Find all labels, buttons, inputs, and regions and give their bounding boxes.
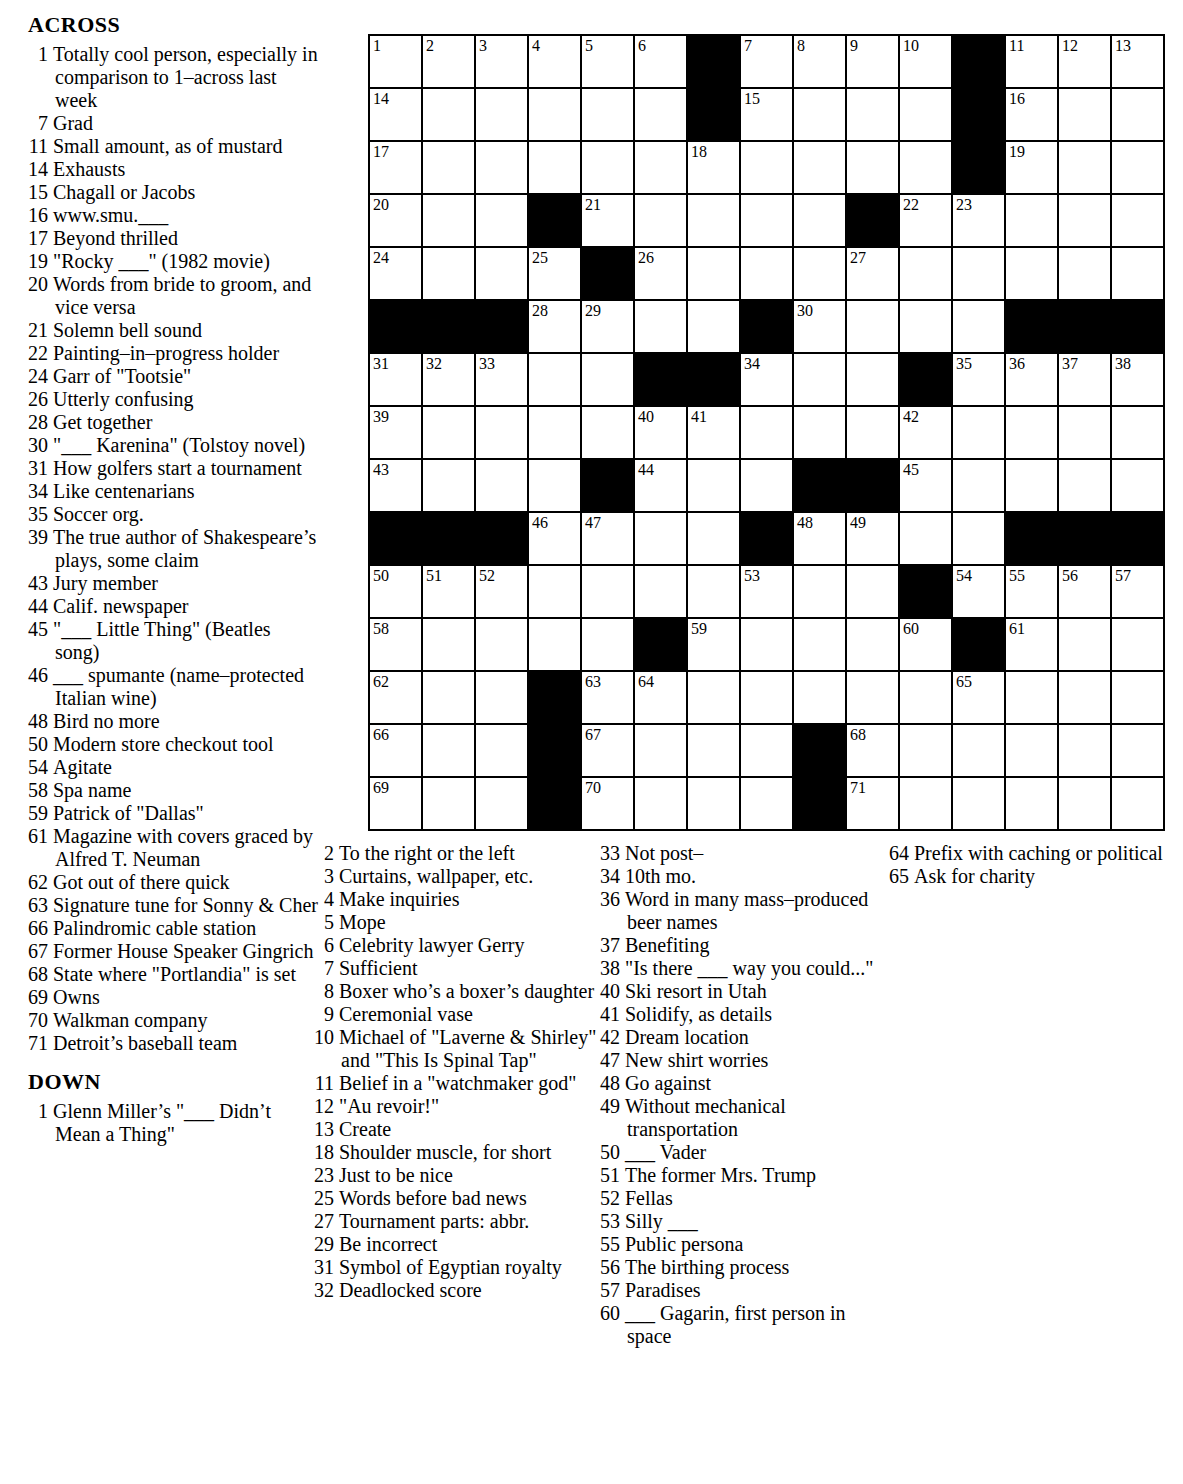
grid-cell-black [953, 89, 1006, 142]
grid-cell[interactable]: 5 [582, 36, 635, 89]
grid-cell-black [794, 725, 847, 778]
clue-text: Walkman company [53, 1009, 207, 1031]
grid-cell[interactable]: 23 [953, 195, 1006, 248]
grid-cell[interactable] [476, 778, 529, 831]
grid-cell[interactable] [582, 619, 635, 672]
clue-30: 30"___ Karenina" (Tolstoy novel) [28, 434, 318, 457]
cell-number: 37 [1062, 355, 1078, 372]
cell-number: 45 [903, 461, 919, 478]
grid-cell[interactable] [741, 460, 794, 513]
clue-12: 12"Au revoir!" [314, 1095, 600, 1118]
grid-cell[interactable] [423, 619, 476, 672]
clue-number: 54 [28, 756, 48, 779]
grid-cell[interactable] [423, 142, 476, 195]
grid-cell[interactable]: 14 [370, 89, 423, 142]
grid-cell[interactable] [1112, 89, 1165, 142]
grid-cell[interactable] [476, 407, 529, 460]
grid-cell[interactable] [900, 725, 953, 778]
clue-number: 11 [314, 1072, 334, 1095]
grid-cell[interactable]: 26 [635, 248, 688, 301]
clue-text: State where "Portlandia" is set [53, 963, 296, 985]
clue-56: 56The birthing process [600, 1256, 888, 1279]
grid-cell[interactable] [476, 89, 529, 142]
grid-cell[interactable] [1006, 248, 1059, 301]
cell-number: 42 [903, 408, 919, 425]
clue-23: 23Just to be nice [314, 1164, 600, 1187]
grid-cell[interactable] [423, 725, 476, 778]
clue-text: Former House Speaker Gingrich [53, 940, 314, 962]
grid-cell[interactable] [847, 142, 900, 195]
clue-number: 7 [28, 112, 48, 135]
grid-cell[interactable] [1059, 725, 1112, 778]
clue-text: Garr of "Tootsie" [53, 365, 191, 387]
grid-cell[interactable] [900, 513, 953, 566]
grid-cell[interactable] [529, 354, 582, 407]
grid-cell[interactable] [794, 248, 847, 301]
grid-cell[interactable]: 51 [423, 566, 476, 619]
grid-cell[interactable] [688, 672, 741, 725]
clue-text: Mope [339, 911, 386, 933]
grid-cell-black [953, 36, 1006, 89]
cell-number: 1 [373, 37, 381, 54]
grid-cell[interactable] [1112, 460, 1165, 513]
grid-cell[interactable] [582, 407, 635, 460]
grid-cell[interactable]: 31 [370, 354, 423, 407]
grid-cell[interactable]: 48 [794, 513, 847, 566]
grid-cell[interactable]: 37 [1059, 354, 1112, 407]
grid-cell[interactable]: 3 [476, 36, 529, 89]
grid-cell[interactable]: 42 [900, 407, 953, 460]
clue-36: 36Word in many mass–produced beer names [600, 888, 888, 934]
grid-cell[interactable]: 55 [1006, 566, 1059, 619]
clue-7: 7Sufficient [314, 957, 600, 980]
grid-cell[interactable] [794, 89, 847, 142]
grid-cell[interactable]: 17 [370, 142, 423, 195]
grid-cell[interactable] [423, 672, 476, 725]
grid-cell[interactable] [529, 89, 582, 142]
grid-cell[interactable]: 41 [688, 407, 741, 460]
grid-cell[interactable]: 29 [582, 301, 635, 354]
grid-cell[interactable] [635, 301, 688, 354]
clue-18: 18Shoulder muscle, for short [314, 1141, 600, 1164]
cell-number: 10 [903, 37, 919, 54]
grid-cell[interactable] [423, 407, 476, 460]
clue-number: 53 [600, 1210, 620, 1233]
grid-cell[interactable] [476, 460, 529, 513]
grid-cell[interactable] [741, 407, 794, 460]
grid-cell[interactable]: 59 [688, 619, 741, 672]
clue-text: Curtains, wallpaper, etc. [339, 865, 533, 887]
grid-cell[interactable] [900, 142, 953, 195]
grid-cell[interactable] [423, 89, 476, 142]
grid-cell[interactable] [1112, 725, 1165, 778]
grid-cell[interactable]: 1 [370, 36, 423, 89]
grid-cell[interactable]: 62 [370, 672, 423, 725]
grid-cell[interactable] [794, 407, 847, 460]
grid-cell[interactable] [741, 672, 794, 725]
grid-cell[interactable] [1006, 778, 1059, 831]
grid-cell[interactable] [847, 301, 900, 354]
grid-cell[interactable]: 63 [582, 672, 635, 725]
grid-cell[interactable] [794, 195, 847, 248]
clue-number: 46 [28, 664, 48, 687]
grid-cell[interactable] [1059, 89, 1112, 142]
clue-text: Solidify, as details [625, 1003, 772, 1025]
grid-cell[interactable] [741, 195, 794, 248]
grid-cell[interactable] [529, 407, 582, 460]
grid-cell[interactable] [794, 566, 847, 619]
cell-number: 17 [373, 143, 389, 160]
clue-number: 37 [600, 934, 620, 957]
clue-45: 45"___ Little Thing" (Beatles song) [28, 618, 318, 664]
grid-cell[interactable] [741, 619, 794, 672]
grid-cell[interactable]: 32 [423, 354, 476, 407]
clue-number: 59 [28, 802, 48, 825]
grid-cell[interactable]: 53 [741, 566, 794, 619]
grid-cell[interactable] [582, 89, 635, 142]
grid-cell[interactable]: 52 [476, 566, 529, 619]
grid-cell[interactable] [953, 301, 1006, 354]
clue-number: 39 [28, 526, 48, 549]
grid-cell[interactable]: 12 [1059, 36, 1112, 89]
grid-cell[interactable] [529, 619, 582, 672]
grid-cell[interactable]: 33 [476, 354, 529, 407]
cell-number: 52 [479, 567, 495, 584]
grid-cell[interactable] [1112, 672, 1165, 725]
grid-cell[interactable] [953, 248, 1006, 301]
clue-8: 8Boxer who’s a boxer’s daughter [314, 980, 600, 1003]
grid-cell[interactable] [1006, 407, 1059, 460]
grid-cell[interactable] [476, 142, 529, 195]
cell-number: 30 [797, 302, 813, 319]
grid-cell[interactable] [688, 301, 741, 354]
clue-text: 10th mo. [625, 865, 696, 887]
clue-number: 64 [889, 842, 909, 865]
grid-cell[interactable] [529, 460, 582, 513]
grid-cell[interactable] [953, 460, 1006, 513]
grid-cell[interactable]: 54 [953, 566, 1006, 619]
grid-cell-black [741, 301, 794, 354]
grid-cell[interactable]: 43 [370, 460, 423, 513]
clue-text: Utterly confusing [53, 388, 194, 410]
grid-cell[interactable] [900, 248, 953, 301]
grid-cell[interactable] [1112, 142, 1165, 195]
clue-number: 29 [314, 1233, 334, 1256]
grid-cell[interactable] [1059, 407, 1112, 460]
clue-41: 41Solidify, as details [600, 1003, 888, 1026]
grid-cell[interactable] [900, 778, 953, 831]
clue-number: 31 [28, 457, 48, 480]
grid-cell[interactable]: 35 [953, 354, 1006, 407]
grid-cell[interactable]: 28 [529, 301, 582, 354]
grid-cell[interactable] [1006, 725, 1059, 778]
cell-number: 61 [1009, 620, 1025, 637]
clue-number: 47 [600, 1049, 620, 1072]
clue-text: Palindromic cable station [53, 917, 256, 939]
clue-text: Without mechanical transportation [625, 1095, 786, 1140]
grid-cell[interactable]: 45 [900, 460, 953, 513]
clue-number: 66 [28, 917, 48, 940]
grid-cell[interactable] [476, 619, 529, 672]
grid-cell-black [582, 460, 635, 513]
grid-cell[interactable] [635, 195, 688, 248]
grid-cell[interactable]: 19 [1006, 142, 1059, 195]
grid-cell[interactable]: 24 [370, 248, 423, 301]
grid-cell[interactable]: 6 [635, 36, 688, 89]
grid-cell[interactable]: 60 [900, 619, 953, 672]
cell-number: 50 [373, 567, 389, 584]
cell-number: 36 [1009, 355, 1025, 372]
grid-cell[interactable] [476, 195, 529, 248]
grid-cell[interactable]: 56 [1059, 566, 1112, 619]
grid-cell-black [529, 672, 582, 725]
grid-cell[interactable] [794, 619, 847, 672]
grid-cell[interactable] [688, 248, 741, 301]
grid-cell[interactable] [953, 407, 1006, 460]
grid-cell[interactable]: 16 [1006, 89, 1059, 142]
cell-number: 54 [956, 567, 972, 584]
grid-cell[interactable] [1006, 195, 1059, 248]
grid-cell[interactable] [476, 725, 529, 778]
grid-cell[interactable]: 40 [635, 407, 688, 460]
grid-cell[interactable]: 47 [582, 513, 635, 566]
clue-text: Patrick of "Dallas" [53, 802, 204, 824]
grid-cell[interactable] [582, 354, 635, 407]
grid-cell[interactable] [953, 725, 1006, 778]
grid-cell[interactable]: 70 [582, 778, 635, 831]
grid-cell[interactable]: 15 [741, 89, 794, 142]
grid-cell[interactable] [847, 407, 900, 460]
grid-cell[interactable] [529, 566, 582, 619]
clue-57: 57Paradises [600, 1279, 888, 1302]
grid-cell[interactable] [1059, 248, 1112, 301]
grid-cell[interactable]: 21 [582, 195, 635, 248]
grid-cell[interactable] [688, 195, 741, 248]
cell-number: 8 [797, 37, 805, 54]
grid-cell[interactable] [847, 672, 900, 725]
cell-number: 34 [744, 355, 760, 372]
grid-cell-black [635, 619, 688, 672]
grid-cell[interactable] [1059, 460, 1112, 513]
grid-cell[interactable]: 66 [370, 725, 423, 778]
grid-cell[interactable] [1059, 195, 1112, 248]
grid-cell[interactable]: 2 [423, 36, 476, 89]
grid-cell[interactable]: 7 [741, 36, 794, 89]
grid-cell[interactable] [953, 778, 1006, 831]
grid-cell[interactable] [635, 778, 688, 831]
grid-cell[interactable]: 25 [529, 248, 582, 301]
cell-number: 44 [638, 461, 654, 478]
clue-50: 50___ Vader [600, 1141, 888, 1164]
grid-cell[interactable]: 34 [741, 354, 794, 407]
grid-cell[interactable] [953, 513, 1006, 566]
cell-number: 49 [850, 514, 866, 531]
grid-cell[interactable] [1112, 619, 1165, 672]
grid-cell[interactable]: 38 [1112, 354, 1165, 407]
clue-47: 47New shirt worries [600, 1049, 888, 1072]
cell-number: 22 [903, 196, 919, 213]
grid-cell[interactable] [476, 248, 529, 301]
crossword-grid: 1234567891011121314151617181920212223242… [368, 34, 1165, 831]
clue-text: Make inquiries [339, 888, 460, 910]
grid-cell[interactable] [1006, 460, 1059, 513]
grid-cell[interactable] [1059, 142, 1112, 195]
grid-cell[interactable]: 9 [847, 36, 900, 89]
grid-cell[interactable] [741, 778, 794, 831]
grid-cell[interactable]: 49 [847, 513, 900, 566]
grid-cell[interactable]: 69 [370, 778, 423, 831]
clue-34: 34Like centenarians [28, 480, 318, 503]
grid-cell[interactable] [847, 354, 900, 407]
grid-cell[interactable] [1006, 672, 1059, 725]
grid-cell[interactable]: 46 [529, 513, 582, 566]
grid-cell[interactable] [847, 566, 900, 619]
clue-text: The birthing process [625, 1256, 789, 1278]
clue-number: 42 [600, 1026, 620, 1049]
grid-cell[interactable] [1059, 778, 1112, 831]
grid-cell[interactable]: 39 [370, 407, 423, 460]
clue-6: 6Celebrity lawyer Gerry [314, 934, 600, 957]
clue-text: Shoulder muscle, for short [339, 1141, 551, 1163]
grid-cell[interactable] [900, 89, 953, 142]
clue-text: Bird no more [53, 710, 160, 732]
grid-cell[interactable] [423, 195, 476, 248]
grid-cell[interactable]: 50 [370, 566, 423, 619]
clue-number: 48 [28, 710, 48, 733]
clue-text: ___ Gagarin, first person in space [625, 1302, 846, 1347]
clue-text: Modern store checkout tool [53, 733, 274, 755]
grid-cell[interactable] [635, 513, 688, 566]
clue-70: 70Walkman company [28, 1009, 318, 1032]
clue-1: 1Totally cool person, especially in comp… [28, 43, 318, 112]
grid-cell[interactable]: 30 [794, 301, 847, 354]
grid-cell[interactable]: 11 [1006, 36, 1059, 89]
clue-text: Fellas [625, 1187, 673, 1209]
clue-59: 59Patrick of "Dallas" [28, 802, 318, 825]
grid-cell[interactable] [688, 460, 741, 513]
cell-number: 55 [1009, 567, 1025, 584]
clue-54: 54Agitate [28, 756, 318, 779]
clue-number: 25 [314, 1187, 334, 1210]
grid-cell[interactable]: 64 [635, 672, 688, 725]
clue-31: 31Symbol of Egyptian royalty [314, 1256, 600, 1279]
grid-cell[interactable] [423, 248, 476, 301]
clue-text: Magazine with covers graced by Alfred T.… [53, 825, 313, 870]
grid-cell[interactable]: 27 [847, 248, 900, 301]
clue-text: Solemn bell sound [53, 319, 202, 341]
clue-number: 67 [28, 940, 48, 963]
clue-38: 38"Is there ___ way you could..." [600, 957, 888, 980]
grid-cell[interactable]: 61 [1006, 619, 1059, 672]
grid-cell[interactable] [900, 672, 953, 725]
grid-cell[interactable] [529, 142, 582, 195]
grid-cell[interactable] [635, 725, 688, 778]
grid-cell[interactable]: 10 [900, 36, 953, 89]
grid-cell[interactable] [635, 566, 688, 619]
grid-cell[interactable] [847, 619, 900, 672]
grid-cell[interactable]: 68 [847, 725, 900, 778]
grid-cell[interactable] [1112, 248, 1165, 301]
clue-text: Celebrity lawyer Gerry [339, 934, 524, 956]
grid-cell[interactable]: 58 [370, 619, 423, 672]
grid-cell[interactable]: 36 [1006, 354, 1059, 407]
grid-cell[interactable]: 71 [847, 778, 900, 831]
grid-cell[interactable]: 8 [794, 36, 847, 89]
grid-cell[interactable]: 13 [1112, 36, 1165, 89]
grid-cell[interactable]: 22 [900, 195, 953, 248]
clue-text: Signature tune for Sonny & Cher [53, 894, 318, 916]
grid-cell[interactable] [900, 301, 953, 354]
grid-cell[interactable] [635, 142, 688, 195]
grid-cell[interactable] [794, 354, 847, 407]
grid-cell[interactable]: 20 [370, 195, 423, 248]
clue-number: 65 [889, 865, 909, 888]
clue-number: 15 [28, 181, 48, 204]
grid-cell[interactable] [688, 566, 741, 619]
clue-number: 63 [28, 894, 48, 917]
clue-text: "Rocky ___" (1982 movie) [53, 250, 270, 272]
grid-cell[interactable]: 65 [953, 672, 1006, 725]
clue-40: 40Ski resort in Utah [600, 980, 888, 1003]
grid-cell[interactable] [1112, 195, 1165, 248]
grid-cell[interactable] [1059, 619, 1112, 672]
grid-cell[interactable] [423, 460, 476, 513]
grid-cell[interactable] [688, 725, 741, 778]
grid-cell[interactable] [741, 725, 794, 778]
grid-cell[interactable] [741, 248, 794, 301]
cell-number: 51 [426, 567, 442, 584]
grid-cell[interactable] [688, 778, 741, 831]
clue-31: 31How golfers start a tournament [28, 457, 318, 480]
grid-cell[interactable] [741, 142, 794, 195]
grid-cell[interactable] [794, 142, 847, 195]
clue-text: Silly ___ [625, 1210, 698, 1232]
grid-cell[interactable] [476, 672, 529, 725]
grid-cell[interactable] [582, 142, 635, 195]
grid-cell[interactable] [1112, 778, 1165, 831]
clue-number: 69 [28, 986, 48, 1009]
cell-number: 20 [373, 196, 389, 213]
cell-number: 26 [638, 249, 654, 266]
down-clues-list-1: 1Glenn Miller’s "___ Didn’t Mean a Thing… [28, 1100, 318, 1146]
clue-number: 43 [28, 572, 48, 595]
grid-cell[interactable]: 44 [635, 460, 688, 513]
clue-62: 62Got out of there quick [28, 871, 318, 894]
clue-number: 71 [28, 1032, 48, 1055]
grid-cell-black [529, 725, 582, 778]
grid-cell[interactable]: 4 [529, 36, 582, 89]
grid-cell[interactable] [1059, 672, 1112, 725]
across-clues-list: 1Totally cool person, especially in comp… [28, 43, 318, 1055]
grid-cell-black [423, 513, 476, 566]
clue-number: 35 [28, 503, 48, 526]
grid-cell[interactable] [1112, 407, 1165, 460]
grid-cell[interactable] [847, 89, 900, 142]
grid-cell[interactable] [635, 89, 688, 142]
cell-number: 28 [532, 302, 548, 319]
clue-text: "Is there ___ way you could..." [625, 957, 874, 979]
grid-cell[interactable] [423, 778, 476, 831]
grid-cell[interactable] [688, 513, 741, 566]
grid-cell-black [847, 460, 900, 513]
grid-cell[interactable]: 67 [582, 725, 635, 778]
grid-cell[interactable]: 18 [688, 142, 741, 195]
grid-cell[interactable]: 57 [1112, 566, 1165, 619]
grid-cell[interactable] [794, 672, 847, 725]
across-clues-column: ACROSS 1Totally cool person, especially … [28, 12, 318, 1146]
clue-58: 58Spa name [28, 779, 318, 802]
grid-cell[interactable] [582, 566, 635, 619]
